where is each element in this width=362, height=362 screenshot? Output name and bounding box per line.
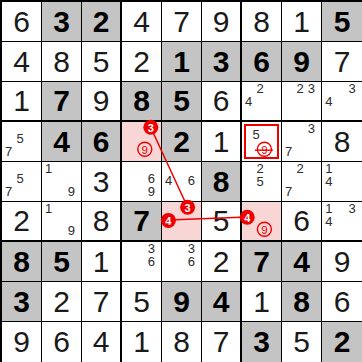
cell-r6c3[interactable]: 8 (82, 202, 122, 242)
given-digit-r2c7: 6 (242, 42, 281, 81)
solved-digit-r3c6: 6 (202, 82, 240, 120)
cell-r6c7[interactable] (242, 202, 282, 242)
candidate-r3c7-4: 4 (243, 95, 254, 108)
cell-r1c3[interactable]: 2 (82, 2, 122, 42)
cell-r5c7[interactable]: 25 (242, 162, 282, 202)
cell-r5c2[interactable]: 19 (42, 162, 82, 202)
cell-r9c4[interactable]: 1 (122, 322, 162, 362)
given-digit-r3c2: 7 (42, 82, 81, 120)
cell-r1c1[interactable]: 6 (2, 2, 42, 42)
elimination-box-r4c7 (244, 124, 279, 159)
cell-r2c9[interactable]: 7 (322, 42, 362, 82)
candidate-r3c8-3: 3 (306, 82, 317, 95)
cell-r3c1[interactable]: 1 (2, 82, 42, 122)
cell-r7c9[interactable]: 9 (322, 242, 362, 282)
cell-r6c5[interactable] (162, 202, 202, 242)
solved-digit-r2c3: 5 (82, 42, 120, 81)
cell-r6c6[interactable]: 5 (202, 202, 242, 242)
candidate-r7c4-6: 6 (146, 255, 157, 268)
given-digit-r8c6: 4 (202, 282, 240, 321)
cell-r8c3[interactable]: 7 (82, 282, 122, 322)
cell-r8c5[interactable]: 9 (162, 282, 202, 322)
sudoku-board-wrap: 6324798154852136971798562423345746215378… (0, 0, 362, 362)
given-digit-r7c1: 8 (2, 242, 41, 281)
cell-r1c7[interactable]: 8 (242, 2, 282, 42)
given-digit-r4c2: 4 (42, 122, 81, 161)
cell-r2c7[interactable]: 6 (242, 42, 282, 82)
cell-r3c9[interactable]: 34 (322, 82, 362, 122)
solved-digit-r6c1: 2 (2, 202, 41, 240)
cell-r8c2[interactable]: 2 (42, 282, 82, 322)
candidate-r5c5-6: 6 (186, 174, 197, 187)
cell-r5c4[interactable]: 69 (122, 162, 162, 202)
cell-r4c1[interactable]: 57 (2, 122, 42, 162)
cell-r4c9[interactable]: 8 (322, 122, 362, 162)
candidate-r3c9-3: 3 (346, 82, 358, 95)
cell-r5c9[interactable]: 14 (322, 162, 362, 202)
candidate-r5c2-1: 1 (43, 162, 54, 175)
cell-r2c1[interactable]: 4 (2, 42, 42, 82)
solved-digit-r9c8: 5 (282, 322, 321, 362)
cell-r9c6[interactable]: 7 (202, 322, 242, 362)
cell-r5c5[interactable]: 46 (162, 162, 202, 202)
cell-r6c8[interactable]: 6 (282, 202, 322, 242)
solved-digit-r1c1: 6 (2, 2, 41, 41)
cell-r9c5[interactable]: 8 (162, 322, 202, 362)
cell-r9c1[interactable]: 9 (2, 322, 42, 362)
pencil-grid-r5c1: 57 (3, 162, 37, 198)
cell-r5c3[interactable]: 3 (82, 162, 122, 202)
candidate-r5c2-9: 9 (66, 185, 77, 198)
cell-r4c6[interactable]: 1 (202, 122, 242, 162)
solved-digit-r1c4: 4 (122, 2, 161, 41)
solved-digit-r3c1: 1 (2, 82, 41, 120)
solved-digit-r4c9: 8 (322, 122, 362, 161)
cell-r2c6[interactable]: 3 (202, 42, 242, 82)
cell-r1c8[interactable]: 1 (282, 2, 322, 42)
solved-digit-r7c9: 9 (322, 242, 362, 281)
solved-digit-r3c3: 9 (82, 82, 120, 120)
given-digit-r9c9: 2 (322, 322, 362, 362)
cell-r9c9[interactable]: 2 (322, 322, 362, 362)
candidate-r4c8-3: 3 (306, 122, 317, 135)
candidate-r6c2-1: 1 (43, 202, 54, 215)
pencil-grid-r7c4: 36 (123, 242, 157, 278)
cell-r9c3[interactable]: 4 (82, 322, 122, 362)
given-digit-r2c8: 9 (282, 42, 321, 81)
given-digit-r1c3: 2 (82, 2, 120, 41)
cell-r4c5[interactable]: 2 (162, 122, 202, 162)
cell-r2c3[interactable]: 5 (82, 42, 122, 82)
candidate-r5c4-9: 9 (146, 185, 157, 198)
candidate-r5c8-7: 7 (283, 185, 294, 198)
solved-digit-r1c7: 8 (242, 2, 281, 41)
candidate-r3c8-2: 2 (294, 82, 305, 95)
solved-digit-r9c6: 7 (202, 322, 240, 362)
cell-r8c1[interactable]: 3 (2, 282, 42, 322)
given-digit-r3c5: 5 (162, 82, 201, 120)
cell-r5c8[interactable]: 27 (282, 162, 322, 202)
given-digit-r2c5: 1 (162, 42, 201, 81)
cell-r8c6[interactable]: 4 (202, 282, 242, 322)
solved-digit-r7c3: 1 (82, 242, 120, 281)
candidate-r5c9-4: 4 (323, 175, 335, 188)
cell-r3c3[interactable]: 9 (82, 82, 122, 122)
cell-r7c1[interactable]: 8 (2, 242, 42, 282)
solved-digit-r7c6: 2 (202, 242, 240, 281)
cell-r7c8[interactable]: 4 (282, 242, 322, 282)
given-digit-r3c4: 8 (122, 82, 161, 120)
cell-r2c8[interactable]: 9 (282, 42, 322, 82)
pencil-grid-r5c7: 25 (243, 162, 277, 198)
solved-digit-r1c8: 1 (282, 2, 321, 41)
cell-r4c3[interactable]: 6 (82, 122, 122, 162)
given-digit-r4c5: 2 (162, 122, 201, 161)
candidate-r6c9-4: 4 (323, 215, 335, 228)
candidate-r5c7-5: 5 (254, 175, 265, 188)
solved-digit-r2c9: 7 (322, 42, 362, 81)
pencil-grid-r6c2: 19 (43, 202, 77, 237)
pencil-grid-r3c9: 34 (323, 82, 358, 117)
given-digit-r2c6: 3 (202, 42, 240, 81)
cell-r7c2[interactable]: 5 (42, 242, 82, 282)
cell-r7c7[interactable]: 7 (242, 242, 282, 282)
given-digit-r5c6: 8 (202, 162, 240, 201)
solved-digit-r6c3: 8 (82, 202, 120, 240)
given-digit-r7c7: 7 (242, 242, 281, 281)
given-digit-r4c3: 6 (82, 122, 120, 161)
candidate-r6c9-3: 3 (346, 202, 358, 215)
candidate-r4c1-5: 5 (14, 132, 25, 145)
cell-r1c2[interactable]: 3 (42, 2, 82, 42)
cell-r7c6[interactable]: 2 (202, 242, 242, 282)
cell-r3c8[interactable]: 23 (282, 82, 322, 122)
candidate-r5c1-5: 5 (14, 172, 25, 185)
given-digit-r7c2: 5 (42, 242, 81, 281)
cell-r8c4[interactable]: 5 (122, 282, 162, 322)
solved-digit-r8c9: 6 (322, 282, 362, 321)
pencil-grid-r5c9: 14 (323, 162, 358, 198)
solved-digit-r8c7: 1 (242, 282, 281, 321)
pencil-grid-r4c1: 57 (3, 122, 37, 158)
cell-r3c6[interactable]: 6 (202, 82, 242, 122)
cell-r1c6[interactable]: 9 (202, 2, 242, 42)
cell-r1c4[interactable]: 4 (122, 2, 162, 42)
cell-r2c4[interactable]: 2 (122, 42, 162, 82)
cell-r9c2[interactable]: 6 (42, 322, 82, 362)
solved-digit-r8c2: 2 (42, 282, 81, 321)
cell-r8c9[interactable]: 6 (322, 282, 362, 322)
cell-r3c7[interactable]: 24 (242, 82, 282, 122)
cell-r5c1[interactable]: 57 (2, 162, 42, 202)
cell-r1c5[interactable]: 7 (162, 2, 202, 42)
given-digit-r9c7: 3 (242, 322, 281, 362)
cell-r6c1[interactable]: 2 (2, 202, 42, 242)
cell-r8c8[interactable]: 8 (282, 282, 322, 322)
cell-r7c3[interactable]: 1 (82, 242, 122, 282)
cell-r6c2[interactable]: 19 (42, 202, 82, 242)
given-digit-r8c1: 3 (2, 282, 41, 321)
solved-digit-r1c6: 9 (202, 2, 240, 41)
cell-r9c7[interactable]: 3 (242, 322, 282, 362)
cell-r7c4[interactable]: 36 (122, 242, 162, 282)
given-digit-r1c9: 5 (322, 2, 362, 41)
pencil-grid-r5c4: 69 (123, 162, 157, 198)
sudoku-board: 6324798154852136971798562423345746215378… (0, 0, 362, 362)
pencil-grid-r5c8: 27 (283, 162, 317, 198)
solved-digit-r4c6: 1 (202, 122, 240, 161)
cell-r4c7[interactable]: 5 (242, 122, 282, 162)
cell-r4c4[interactable] (122, 122, 162, 162)
cell-r1c9[interactable]: 5 (322, 2, 362, 42)
given-digit-r6c4: 7 (122, 202, 161, 240)
solved-digit-r2c2: 8 (42, 42, 81, 81)
solved-digit-r2c1: 4 (2, 42, 41, 81)
pencil-grid-r3c7: 24 (243, 82, 277, 117)
cell-r6c4[interactable]: 7 (122, 202, 162, 242)
candidate-r4c7-5: 5 (252, 127, 259, 140)
solved-digit-r9c1: 9 (2, 322, 41, 362)
pencil-grid-r3c8: 23 (283, 82, 317, 117)
given-digit-r8c8: 8 (282, 282, 321, 321)
solved-digit-r9c2: 6 (42, 322, 81, 362)
cell-r7c5[interactable]: 36 (162, 242, 202, 282)
solved-digit-r2c4: 2 (122, 42, 161, 81)
candidate-r5c5-4: 4 (163, 174, 174, 187)
solved-digit-r9c4: 1 (122, 322, 161, 362)
pencil-grid-r6c9: 134 (323, 202, 358, 237)
solved-digit-r9c5: 8 (162, 322, 201, 362)
candidate-r4c1-7: 7 (3, 145, 14, 158)
cell-r3c2[interactable]: 7 (42, 82, 82, 122)
given-digit-r8c5: 9 (162, 282, 201, 321)
cell-r2c2[interactable]: 8 (42, 42, 82, 82)
candidate-r3c7-2: 2 (254, 82, 265, 95)
given-digit-r7c8: 4 (282, 242, 321, 281)
cell-r3c4[interactable]: 8 (122, 82, 162, 122)
solved-digit-r8c3: 7 (82, 282, 120, 321)
candidate-r5c1-7: 7 (3, 185, 14, 198)
candidate-r7c5-6: 6 (186, 255, 197, 268)
solved-digit-r6c8: 6 (282, 202, 321, 240)
cell-r6c9[interactable]: 134 (322, 202, 362, 242)
pencil-grid-r7c5: 36 (163, 242, 197, 278)
cell-r9c8[interactable]: 5 (282, 322, 322, 362)
candidate-r6c2-9: 9 (66, 224, 77, 237)
solved-digit-r5c3: 3 (82, 162, 120, 201)
candidate-r3c9-4: 4 (323, 95, 335, 108)
cell-r4c2[interactable]: 4 (42, 122, 82, 162)
solved-digit-r9c3: 4 (82, 322, 120, 362)
cell-r8c7[interactable]: 1 (242, 282, 282, 322)
pencil-grid-r5c5: 46 (163, 162, 197, 198)
pencil-grid-r4c8: 37 (283, 122, 317, 158)
solved-digit-r1c5: 7 (162, 2, 201, 41)
given-digit-r1c2: 3 (42, 2, 81, 41)
solved-digit-r8c4: 5 (122, 282, 161, 321)
candidate-r5c8-2: 2 (294, 162, 305, 175)
cell-r4c8[interactable]: 37 (282, 122, 322, 162)
cell-r3c5[interactable]: 5 (162, 82, 202, 122)
candidate-r4c8-7: 7 (283, 145, 294, 158)
cell-r5c6[interactable]: 8 (202, 162, 242, 202)
solved-digit-r6c6: 5 (202, 202, 240, 240)
pencil-grid-r5c2: 19 (43, 162, 77, 198)
cell-r2c5[interactable]: 1 (162, 42, 202, 82)
